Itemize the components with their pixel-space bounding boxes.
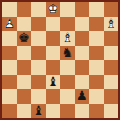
white-pawn-a7[interactable]: ♟♙	[2, 17, 17, 32]
square-b1[interactable]	[17, 104, 32, 119]
square-c5[interactable]	[31, 46, 46, 61]
square-f3[interactable]	[75, 75, 90, 90]
square-a6[interactable]	[2, 31, 17, 46]
bishop-glyph: ♝	[60, 31, 75, 46]
chess-board: ♚♔♟♙♝♗♚♝♗♞♝♟♝	[0, 0, 120, 120]
square-d5[interactable]	[46, 46, 61, 61]
square-a2[interactable]	[2, 89, 17, 104]
square-b2[interactable]	[17, 89, 32, 104]
square-d2[interactable]	[46, 89, 61, 104]
square-c7[interactable]	[31, 17, 46, 32]
square-a4[interactable]	[2, 60, 17, 75]
square-g6[interactable]	[89, 31, 104, 46]
square-h2[interactable]	[104, 89, 119, 104]
bishop-outline-glyph: ♗	[104, 17, 119, 32]
black-bishop-c1[interactable]: ♝	[31, 104, 46, 119]
pawn-glyph: ♟	[75, 89, 90, 104]
square-e3[interactable]	[60, 75, 75, 90]
square-a7[interactable]: ♟♙	[2, 17, 17, 32]
square-f2[interactable]: ♟	[75, 89, 90, 104]
square-f5[interactable]	[75, 46, 90, 61]
bishop-outline-glyph: ♗	[60, 31, 75, 46]
white-king-d8[interactable]: ♚♔	[46, 2, 61, 17]
square-e4[interactable]	[60, 60, 75, 75]
square-b8[interactable]	[17, 2, 32, 17]
square-e8[interactable]	[60, 2, 75, 17]
square-d4[interactable]	[46, 60, 61, 75]
square-g5[interactable]	[89, 46, 104, 61]
black-knight-e5[interactable]: ♞	[60, 46, 75, 61]
knight-glyph: ♞	[60, 46, 75, 61]
black-pawn-f2[interactable]: ♟	[75, 89, 90, 104]
square-g8[interactable]	[89, 2, 104, 17]
square-e1[interactable]	[60, 104, 75, 119]
square-g2[interactable]	[89, 89, 104, 104]
square-c6[interactable]	[31, 31, 46, 46]
bishop-glyph: ♝	[104, 17, 119, 32]
square-a5[interactable]	[2, 46, 17, 61]
square-h3[interactable]	[104, 75, 119, 90]
square-d3[interactable]: ♝	[46, 75, 61, 90]
square-b5[interactable]	[17, 46, 32, 61]
square-a1[interactable]	[2, 104, 17, 119]
square-c8[interactable]	[31, 2, 46, 17]
bishop-glyph: ♝	[46, 75, 61, 90]
king-outline-glyph: ♔	[46, 2, 61, 17]
square-b6[interactable]: ♚	[17, 31, 32, 46]
square-c2[interactable]	[31, 89, 46, 104]
pawn-outline-glyph: ♙	[2, 17, 17, 32]
black-bishop-d3[interactable]: ♝	[46, 75, 61, 90]
square-f7[interactable]	[75, 17, 90, 32]
square-b3[interactable]	[17, 75, 32, 90]
square-f8[interactable]	[75, 2, 90, 17]
square-a8[interactable]	[2, 2, 17, 17]
square-g1[interactable]	[89, 104, 104, 119]
square-d1[interactable]	[46, 104, 61, 119]
square-f6[interactable]	[75, 31, 90, 46]
square-e2[interactable]	[60, 89, 75, 104]
square-d8[interactable]: ♚♔	[46, 2, 61, 17]
square-b7[interactable]	[17, 17, 32, 32]
square-c4[interactable]	[31, 60, 46, 75]
square-c3[interactable]	[31, 75, 46, 90]
pawn-glyph: ♟	[2, 17, 17, 32]
king-glyph: ♚	[46, 2, 61, 17]
square-d6[interactable]	[46, 31, 61, 46]
square-b4[interactable]	[17, 60, 32, 75]
square-e6[interactable]: ♝♗	[60, 31, 75, 46]
black-king-b6[interactable]: ♚	[17, 31, 32, 46]
square-d7[interactable]	[46, 17, 61, 32]
square-e5[interactable]: ♞	[60, 46, 75, 61]
square-c1[interactable]: ♝	[31, 104, 46, 119]
square-f1[interactable]	[75, 104, 90, 119]
square-g4[interactable]	[89, 60, 104, 75]
square-h8[interactable]	[104, 2, 119, 17]
square-h6[interactable]	[104, 31, 119, 46]
square-e7[interactable]	[60, 17, 75, 32]
king-glyph: ♚	[17, 31, 32, 46]
square-f4[interactable]	[75, 60, 90, 75]
white-bishop-h7[interactable]: ♝♗	[104, 17, 119, 32]
square-h7[interactable]: ♝♗	[104, 17, 119, 32]
square-h5[interactable]	[104, 46, 119, 61]
bishop-glyph: ♝	[31, 104, 46, 119]
square-h1[interactable]	[104, 104, 119, 119]
square-a3[interactable]	[2, 75, 17, 90]
square-h4[interactable]	[104, 60, 119, 75]
white-bishop-e6[interactable]: ♝♗	[60, 31, 75, 46]
square-g7[interactable]	[89, 17, 104, 32]
square-g3[interactable]	[89, 75, 104, 90]
